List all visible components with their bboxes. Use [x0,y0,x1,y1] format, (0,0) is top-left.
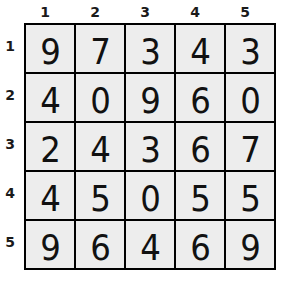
cell-digit: 7 [90,34,111,70]
cell-digit: 5 [90,181,111,217]
cell-r2c3[interactable]: 9 [126,74,174,121]
cell-digit: 9 [240,230,261,266]
column-label-3: 3 [121,5,169,19]
cell-digit: 0 [90,83,111,119]
hitori-board: 9734340960243674505596469 [24,23,276,270]
cell-r3c3[interactable]: 3 [126,123,174,170]
cell-r1c5[interactable]: 3 [226,25,274,72]
row-labels: 12345 [0,23,24,270]
cell-digit: 0 [140,181,161,217]
row-label-5: 5 [5,235,15,249]
cell-r1c1[interactable]: 9 [26,25,74,72]
cell-digit: 4 [140,230,161,266]
row-label-4: 4 [5,186,15,200]
column-label-4: 4 [171,5,219,19]
cell-r2c1[interactable]: 4 [26,74,74,121]
cell-r1c4[interactable]: 4 [176,25,224,72]
cell-r3c5[interactable]: 7 [226,123,274,170]
cell-r2c4[interactable]: 6 [176,74,224,121]
cell-r2c5[interactable]: 0 [226,74,274,121]
cell-r4c1[interactable]: 4 [26,172,74,219]
cell-r2c2[interactable]: 0 [76,74,124,121]
cell-r4c5[interactable]: 5 [226,172,274,219]
cell-digit: 7 [240,132,261,168]
column-label-5: 5 [221,5,269,19]
cell-r3c2[interactable]: 4 [76,123,124,170]
row-label-2: 2 [5,88,15,102]
cell-digit: 9 [40,230,61,266]
cell-digit: 5 [190,181,211,217]
cell-digit: 6 [190,230,211,266]
cell-r5c4[interactable]: 6 [176,221,224,268]
row-label-3: 3 [5,137,15,151]
cell-digit: 6 [190,132,211,168]
cell-digit: 0 [240,83,261,119]
cell-r4c4[interactable]: 5 [176,172,224,219]
cell-digit: 5 [240,181,261,217]
cell-r5c1[interactable]: 9 [26,221,74,268]
cell-digit: 4 [40,181,61,217]
column-label-2: 2 [71,5,119,19]
hitori-puzzle: 12345 12345 9734340960243674505596469 [0,0,276,270]
cell-r5c3[interactable]: 4 [126,221,174,268]
cell-r1c2[interactable]: 7 [76,25,124,72]
cell-digit: 3 [240,34,261,70]
column-label-1: 1 [21,5,69,19]
cell-r1c3[interactable]: 3 [126,25,174,72]
cell-r3c4[interactable]: 6 [176,123,224,170]
cell-digit: 2 [40,132,61,168]
cell-digit: 4 [190,34,211,70]
cell-digit: 3 [140,34,161,70]
cell-r4c2[interactable]: 5 [76,172,124,219]
cell-r4c3[interactable]: 0 [126,172,174,219]
cell-digit: 4 [90,132,111,168]
cell-digit: 6 [90,230,111,266]
cell-r5c2[interactable]: 6 [76,221,124,268]
cell-r5c5[interactable]: 9 [226,221,274,268]
column-labels: 12345 [24,0,276,23]
cell-digit: 9 [140,83,161,119]
cell-digit: 4 [40,83,61,119]
cell-r3c1[interactable]: 2 [26,123,74,170]
cell-digit: 3 [140,132,161,168]
cell-digit: 9 [40,34,61,70]
cell-digit: 6 [190,83,211,119]
row-label-1: 1 [5,39,15,53]
